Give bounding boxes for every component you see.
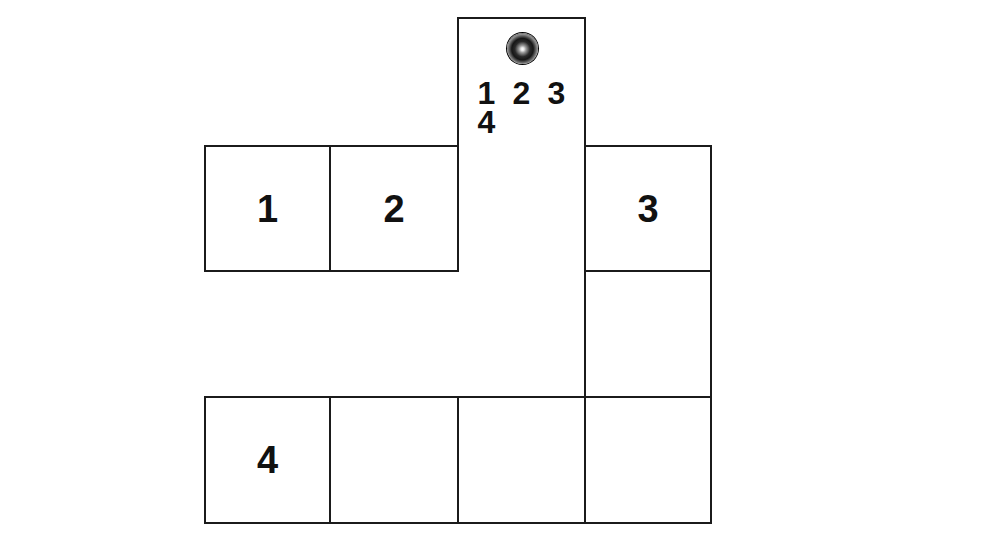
options-row-2: 4 (469, 108, 574, 137)
ball-chamber: 123 4 (457, 17, 586, 146)
numbered-box-3: 3 (584, 145, 712, 272)
numbered-box-2: 2 (329, 145, 459, 272)
empty-box-r3c4 (584, 270, 712, 398)
answer-options: 123 4 (469, 79, 574, 137)
box-1-label: 1 (257, 190, 278, 228)
numbered-box-1: 1 (204, 145, 331, 272)
box-4-label: 4 (257, 441, 278, 479)
empty-box-r4c2 (329, 396, 459, 524)
numbered-box-4: 4 (204, 396, 331, 524)
option-digit-3: 3 (539, 79, 574, 108)
box-2-label: 2 (383, 190, 404, 228)
empty-box-r4c4 (584, 396, 712, 524)
puzzle-diagram: 123 4 1 2 3 4 (0, 0, 986, 555)
empty-box-r4c3 (457, 396, 586, 524)
option-digit-4: 4 (469, 108, 504, 137)
option-digit-2: 2 (504, 79, 539, 108)
box-3-label: 3 (637, 190, 658, 228)
ball-icon (507, 33, 538, 64)
